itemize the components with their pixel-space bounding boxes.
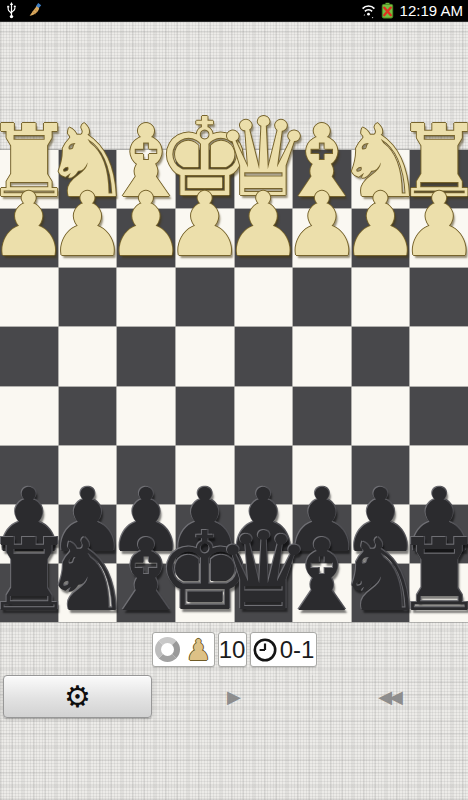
square[interactable] xyxy=(410,327,468,385)
play-icon: ▶ xyxy=(227,688,241,706)
square[interactable]: ♟ xyxy=(0,505,58,563)
square[interactable] xyxy=(176,268,234,326)
settings-button[interactable]: ⚙ xyxy=(3,675,152,718)
square[interactable] xyxy=(352,268,410,326)
square[interactable]: ♟ xyxy=(59,209,117,267)
app-screen: 12:19 AM ♜♞♝♚♛♝♞♜♟♟♟♟♟♟♟♟♟♟♟♟♟♟♟♟♜♞♝♚♛♝♞… xyxy=(0,0,468,800)
square[interactable] xyxy=(59,446,117,504)
square[interactable] xyxy=(352,387,410,445)
square[interactable]: ♟ xyxy=(293,209,351,267)
usb-icon xyxy=(5,2,18,19)
square[interactable]: ♛ xyxy=(235,564,293,622)
clock-icon xyxy=(252,637,278,663)
square[interactable]: ♟ xyxy=(235,505,293,563)
square[interactable] xyxy=(235,446,293,504)
rewind-button[interactable]: ◀◀ xyxy=(312,675,468,718)
square[interactable]: ♝ xyxy=(117,564,175,622)
square[interactable]: ♟ xyxy=(176,209,234,267)
square[interactable] xyxy=(59,268,117,326)
level-panel: 10 xyxy=(218,632,247,667)
square[interactable] xyxy=(176,446,234,504)
status-bar-right: 12:19 AM xyxy=(360,2,463,19)
square[interactable]: ♝ xyxy=(293,150,351,208)
wifi-icon xyxy=(360,3,377,19)
square[interactable]: ♜ xyxy=(410,564,468,622)
square[interactable] xyxy=(235,387,293,445)
square[interactable]: ♞ xyxy=(59,150,117,208)
level-value: 10 xyxy=(219,636,246,664)
square[interactable]: ♟ xyxy=(0,209,58,267)
square[interactable] xyxy=(410,268,468,326)
square[interactable] xyxy=(117,446,175,504)
square[interactable] xyxy=(0,327,58,385)
square[interactable]: ♟ xyxy=(117,209,175,267)
square[interactable]: ♞ xyxy=(352,564,410,622)
control-bar: ⚙ ▶ ◀◀ xyxy=(0,675,468,718)
square[interactable]: ♞ xyxy=(352,150,410,208)
square[interactable] xyxy=(117,387,175,445)
square[interactable] xyxy=(352,327,410,385)
square[interactable] xyxy=(0,268,58,326)
square[interactable]: ♜ xyxy=(0,564,58,622)
square[interactable]: ♜ xyxy=(0,150,58,208)
square[interactable] xyxy=(235,327,293,385)
square[interactable] xyxy=(59,387,117,445)
square[interactable] xyxy=(0,446,58,504)
battery-x-icon xyxy=(381,2,394,19)
square[interactable]: ♟ xyxy=(235,209,293,267)
status-bar: 12:19 AM xyxy=(0,0,468,22)
square[interactable] xyxy=(352,446,410,504)
clock-panel: 0-1 xyxy=(250,632,317,667)
square[interactable]: ♝ xyxy=(293,564,351,622)
square[interactable]: ♚ xyxy=(176,150,234,208)
square[interactable] xyxy=(293,268,351,326)
turn-indicator-panel: ♟ xyxy=(152,632,215,667)
info-bar: ♟ 10 0-1 xyxy=(0,632,468,667)
square[interactable]: ♟ xyxy=(293,505,351,563)
square[interactable] xyxy=(117,268,175,326)
chess-board: ♜♞♝♚♛♝♞♜♟♟♟♟♟♟♟♟♟♟♟♟♟♟♟♟♜♞♝♚♛♝♞♜ xyxy=(0,150,468,622)
square[interactable] xyxy=(59,327,117,385)
square[interactable] xyxy=(0,387,58,445)
play-button[interactable]: ▶ xyxy=(156,675,312,718)
square[interactable] xyxy=(117,327,175,385)
square[interactable] xyxy=(293,327,351,385)
square[interactable]: ♛ xyxy=(235,150,293,208)
rewind-icon: ◀◀ xyxy=(378,688,403,706)
white-pawn-icon: ♟ xyxy=(186,636,212,665)
square[interactable]: ♞ xyxy=(59,564,117,622)
square[interactable]: ♝ xyxy=(117,150,175,208)
square[interactable] xyxy=(235,268,293,326)
square[interactable]: ♟ xyxy=(352,505,410,563)
square[interactable] xyxy=(293,387,351,445)
status-bar-left xyxy=(5,2,45,19)
square[interactable]: ♜ xyxy=(410,150,468,208)
square[interactable]: ♟ xyxy=(410,505,468,563)
clock-value: 0-1 xyxy=(280,636,315,664)
square[interactable]: ♟ xyxy=(176,505,234,563)
gear-icon: ⚙ xyxy=(64,682,91,712)
square[interactable]: ♟ xyxy=(59,505,117,563)
square[interactable]: ♟ xyxy=(410,209,468,267)
ring-icon xyxy=(155,637,180,662)
square[interactable] xyxy=(176,387,234,445)
square[interactable] xyxy=(293,446,351,504)
status-clock: 12:19 AM xyxy=(398,2,463,19)
square[interactable] xyxy=(410,387,468,445)
square[interactable]: ♟ xyxy=(352,209,410,267)
square[interactable]: ♚ xyxy=(176,564,234,622)
square[interactable] xyxy=(176,327,234,385)
broom-icon xyxy=(28,2,45,19)
square[interactable] xyxy=(410,446,468,504)
square[interactable]: ♟ xyxy=(117,505,175,563)
